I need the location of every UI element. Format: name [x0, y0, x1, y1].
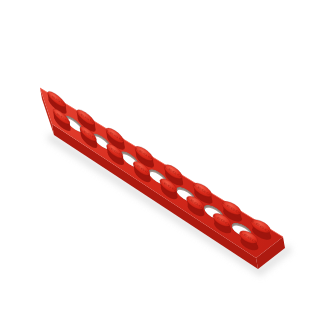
lego-technic-plate-photo: LEGOLEGOLEGOLEGOLEGOLEGOLEGOLEGOLEGOLEGO… — [0, 0, 320, 320]
photo-background: LEGOLEGOLEGOLEGOLEGOLEGOLEGOLEGOLEGOLEGO… — [0, 0, 320, 320]
plate-side-face — [52, 124, 258, 269]
